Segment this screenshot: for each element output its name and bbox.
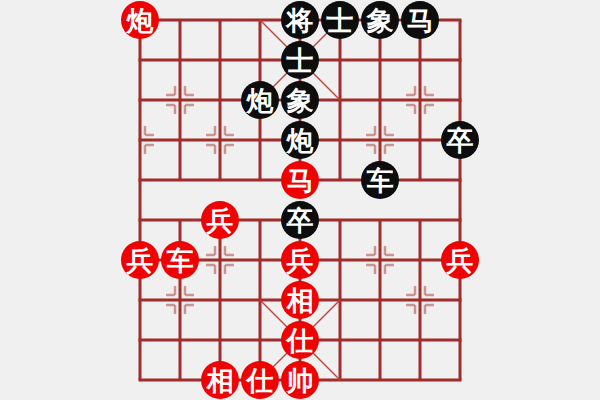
intersection-2-3[interactable] xyxy=(200,120,240,160)
intersection-8-1[interactable] xyxy=(440,40,480,80)
intersection-7-3[interactable] xyxy=(400,120,440,160)
piece-red-elephant[interactable]: 相 xyxy=(281,281,319,319)
intersection-2-9[interactable]: 相 xyxy=(200,360,240,400)
intersection-2-8[interactable] xyxy=(200,320,240,360)
piece-black-horse[interactable]: 马 xyxy=(401,1,439,39)
intersection-6-8[interactable] xyxy=(360,320,400,360)
intersection-6-1[interactable] xyxy=(360,40,400,80)
intersection-5-9[interactable] xyxy=(320,360,360,400)
intersection-4-6[interactable]: 兵 xyxy=(280,240,320,280)
intersection-5-0[interactable]: 士 xyxy=(320,0,360,40)
intersection-3-5[interactable] xyxy=(240,200,280,240)
intersection-2-2[interactable] xyxy=(200,80,240,120)
intersection-7-8[interactable] xyxy=(400,320,440,360)
xiangqi-board: 炮将士象马士炮象炮卒马车兵卒兵车兵兵相仕相仕帅 xyxy=(0,0,600,400)
piece-black-cannon[interactable]: 炮 xyxy=(241,81,279,119)
intersection-8-6[interactable]: 兵 xyxy=(440,240,480,280)
intersection-4-0[interactable]: 将 xyxy=(280,0,320,40)
intersection-3-1[interactable] xyxy=(240,40,280,80)
intersection-7-2[interactable] xyxy=(400,80,440,120)
intersection-3-2[interactable]: 炮 xyxy=(240,80,280,120)
intersection-5-5[interactable] xyxy=(320,200,360,240)
intersection-3-4[interactable] xyxy=(240,160,280,200)
piece-black-cannon[interactable]: 炮 xyxy=(281,121,319,159)
intersection-4-2[interactable]: 象 xyxy=(280,80,320,120)
intersection-7-1[interactable] xyxy=(400,40,440,80)
piece-red-advisor[interactable]: 仕 xyxy=(241,361,279,399)
intersection-1-5[interactable] xyxy=(160,200,200,240)
piece-red-advisor[interactable]: 仕 xyxy=(281,321,319,359)
intersection-8-3[interactable]: 卒 xyxy=(440,120,480,160)
intersection-0-2[interactable] xyxy=(120,80,160,120)
intersection-1-1[interactable] xyxy=(160,40,200,80)
intersection-3-3[interactable] xyxy=(240,120,280,160)
intersection-7-0[interactable]: 马 xyxy=(400,0,440,40)
intersection-7-7[interactable] xyxy=(400,280,440,320)
intersection-2-4[interactable] xyxy=(200,160,240,200)
intersection-4-8[interactable]: 仕 xyxy=(280,320,320,360)
intersection-0-6[interactable]: 兵 xyxy=(120,240,160,280)
intersection-0-4[interactable] xyxy=(120,160,160,200)
intersection-2-6[interactable] xyxy=(200,240,240,280)
intersection-0-9[interactable] xyxy=(120,360,160,400)
intersection-3-0[interactable] xyxy=(240,0,280,40)
piece-red-pawn[interactable]: 兵 xyxy=(121,241,159,279)
intersection-8-8[interactable] xyxy=(440,320,480,360)
intersection-5-8[interactable] xyxy=(320,320,360,360)
intersection-2-0[interactable] xyxy=(200,0,240,40)
intersection-7-9[interactable] xyxy=(400,360,440,400)
intersection-4-5[interactable]: 卒 xyxy=(280,200,320,240)
intersection-6-7[interactable] xyxy=(360,280,400,320)
intersection-6-2[interactable] xyxy=(360,80,400,120)
intersection-8-7[interactable] xyxy=(440,280,480,320)
intersection-0-1[interactable] xyxy=(120,40,160,80)
intersection-2-5[interactable]: 兵 xyxy=(200,200,240,240)
intersection-5-2[interactable] xyxy=(320,80,360,120)
piece-red-pawn[interactable]: 兵 xyxy=(281,241,319,279)
intersection-8-4[interactable] xyxy=(440,160,480,200)
intersection-4-7[interactable]: 相 xyxy=(280,280,320,320)
intersection-0-3[interactable] xyxy=(120,120,160,160)
intersection-1-6[interactable]: 车 xyxy=(160,240,200,280)
intersection-5-4[interactable] xyxy=(320,160,360,200)
piece-red-cannon[interactable]: 炮 xyxy=(121,1,159,39)
piece-black-chariot[interactable]: 车 xyxy=(361,161,399,199)
intersection-0-8[interactable] xyxy=(120,320,160,360)
intersection-1-4[interactable] xyxy=(160,160,200,200)
piece-red-pawn[interactable]: 兵 xyxy=(201,201,239,239)
piece-black-pawn[interactable]: 卒 xyxy=(281,201,319,239)
intersection-4-4[interactable]: 马 xyxy=(280,160,320,200)
intersection-1-9[interactable] xyxy=(160,360,200,400)
intersection-8-9[interactable] xyxy=(440,360,480,400)
intersection-5-6[interactable] xyxy=(320,240,360,280)
piece-red-horse[interactable]: 马 xyxy=(281,161,319,199)
intersection-1-7[interactable] xyxy=(160,280,200,320)
intersection-4-3[interactable]: 炮 xyxy=(280,120,320,160)
piece-black-elephant[interactable]: 象 xyxy=(281,81,319,119)
piece-black-advisor[interactable]: 士 xyxy=(281,41,319,79)
intersection-0-5[interactable] xyxy=(120,200,160,240)
intersection-8-2[interactable] xyxy=(440,80,480,120)
intersection-5-7[interactable] xyxy=(320,280,360,320)
intersection-3-6[interactable] xyxy=(240,240,280,280)
piece-red-chariot[interactable]: 车 xyxy=(161,241,199,279)
intersection-7-5[interactable] xyxy=(400,200,440,240)
intersection-2-7[interactable] xyxy=(200,280,240,320)
intersection-2-1[interactable] xyxy=(200,40,240,80)
intersection-7-6[interactable] xyxy=(400,240,440,280)
piece-black-advisor[interactable]: 士 xyxy=(321,1,359,39)
intersection-1-0[interactable] xyxy=(160,0,200,40)
intersection-6-9[interactable] xyxy=(360,360,400,400)
intersection-8-0[interactable] xyxy=(440,0,480,40)
piece-red-king[interactable]: 帅 xyxy=(281,361,319,399)
intersection-4-1[interactable]: 士 xyxy=(280,40,320,80)
intersection-1-8[interactable] xyxy=(160,320,200,360)
intersection-7-4[interactable] xyxy=(400,160,440,200)
intersection-6-0[interactable]: 象 xyxy=(360,0,400,40)
piece-red-pawn[interactable]: 兵 xyxy=(441,241,479,279)
intersection-6-6[interactable] xyxy=(360,240,400,280)
intersection-6-4[interactable]: 车 xyxy=(360,160,400,200)
intersection-3-9[interactable]: 仕 xyxy=(240,360,280,400)
intersection-5-1[interactable] xyxy=(320,40,360,80)
intersection-6-5[interactable] xyxy=(360,200,400,240)
intersection-3-7[interactable] xyxy=(240,280,280,320)
intersection-6-3[interactable] xyxy=(360,120,400,160)
intersection-0-7[interactable] xyxy=(120,280,160,320)
piece-red-elephant[interactable]: 相 xyxy=(201,361,239,399)
intersection-3-8[interactable] xyxy=(240,320,280,360)
intersection-0-0[interactable]: 炮 xyxy=(120,0,160,40)
intersection-8-5[interactable] xyxy=(440,200,480,240)
intersection-1-2[interactable] xyxy=(160,80,200,120)
board-intersections: 炮将士象马士炮象炮卒马车兵卒兵车兵兵相仕相仕帅 xyxy=(120,0,480,400)
piece-black-king[interactable]: 将 xyxy=(281,1,319,39)
piece-black-elephant[interactable]: 象 xyxy=(361,1,399,39)
intersection-1-3[interactable] xyxy=(160,120,200,160)
intersection-5-3[interactable] xyxy=(320,120,360,160)
piece-black-pawn[interactable]: 卒 xyxy=(441,121,479,159)
intersection-4-9[interactable]: 帅 xyxy=(280,360,320,400)
